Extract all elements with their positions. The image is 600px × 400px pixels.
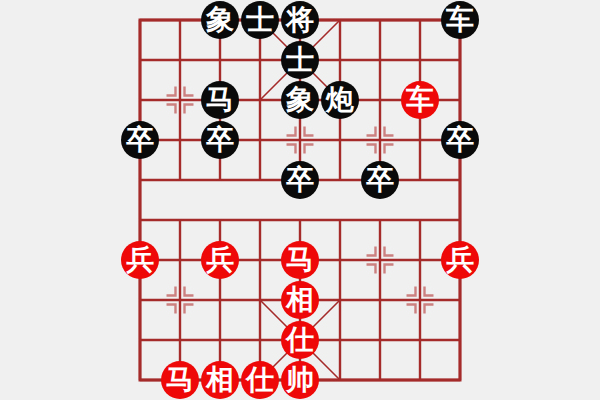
piece-black-elephant[interactable]: 象	[281, 81, 319, 119]
piece-red-elephant[interactable]: 相	[281, 281, 319, 319]
piece-red-horse[interactable]: 马	[281, 241, 319, 279]
xiangqi-board: 象士将车士马象炮车卒卒卒卒卒兵兵马兵相仕马相仕帅	[0, 0, 600, 400]
piece-black-soldier[interactable]: 卒	[201, 121, 239, 159]
piece-black-chariot[interactable]: 车	[441, 1, 479, 39]
piece-red-soldier[interactable]: 兵	[121, 241, 159, 279]
piece-black-general[interactable]: 将	[281, 1, 319, 39]
piece-black-horse[interactable]: 马	[201, 81, 239, 119]
piece-black-advisor[interactable]: 士	[241, 1, 279, 39]
piece-black-soldier[interactable]: 卒	[121, 121, 159, 159]
piece-black-soldier[interactable]: 卒	[441, 121, 479, 159]
piece-black-soldier[interactable]: 卒	[361, 161, 399, 199]
piece-red-soldier[interactable]: 兵	[201, 241, 239, 279]
piece-black-cannon[interactable]: 炮	[321, 81, 359, 119]
piece-red-horse[interactable]: 马	[161, 361, 199, 399]
piece-red-general[interactable]: 帅	[281, 361, 319, 399]
piece-red-advisor[interactable]: 仕	[281, 321, 319, 359]
piece-black-soldier[interactable]: 卒	[281, 161, 319, 199]
piece-red-soldier[interactable]: 兵	[441, 241, 479, 279]
piece-black-elephant[interactable]: 象	[201, 1, 239, 39]
piece-red-advisor[interactable]: 仕	[241, 361, 279, 399]
piece-black-advisor[interactable]: 士	[281, 41, 319, 79]
piece-red-chariot[interactable]: 车	[401, 81, 439, 119]
piece-red-elephant[interactable]: 相	[201, 361, 239, 399]
pieces-layer: 象士将车士马象炮车卒卒卒卒卒兵兵马兵相仕马相仕帅	[0, 0, 600, 400]
